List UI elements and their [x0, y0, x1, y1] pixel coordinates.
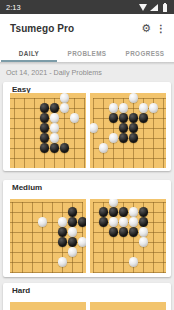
white-stone [109, 133, 118, 142]
grid-line-horizontal [93, 252, 166, 253]
black-stone [40, 103, 49, 112]
black-stone [40, 123, 49, 132]
grid-line-horizontal [93, 158, 166, 159]
grid-line-horizontal [10, 272, 83, 273]
black-stone [40, 113, 49, 122]
white-stone [109, 217, 118, 226]
toolbar-shadow [0, 62, 174, 65]
wifi-icon [139, 4, 147, 11]
black-stone [129, 133, 138, 142]
white-stone [129, 207, 138, 216]
grid-line-horizontal [93, 168, 166, 169]
black-stone [139, 207, 148, 216]
battery-icon-nub [164, 3, 166, 4]
clock: 2:13 [6, 3, 21, 12]
white-stone [50, 113, 59, 122]
go-board-easy-left[interactable] [10, 93, 86, 168]
go-board-hard-left[interactable] [10, 302, 86, 310]
hard-card: Hard [3, 283, 171, 310]
black-stone [50, 143, 59, 152]
black-stone [119, 207, 128, 216]
white-stone [78, 237, 86, 246]
tab-problems[interactable]: PROBLEMS [58, 44, 116, 62]
black-stone [58, 227, 67, 236]
easy-card: Easy [3, 82, 171, 171]
white-stone [109, 103, 118, 112]
white-stone [119, 103, 128, 112]
black-stone [58, 237, 67, 246]
page-title: Tsumego Pro [10, 14, 74, 44]
white-stone [119, 217, 128, 226]
white-stone [50, 133, 59, 142]
black-stone [40, 143, 49, 152]
grid-line-horizontal [10, 158, 85, 159]
black-stone [109, 227, 118, 236]
go-board-easy-right[interactable] [90, 93, 166, 168]
overflow-menu-icon[interactable]: ⋮ [156, 14, 166, 44]
status-bar: 2:13 [0, 0, 174, 14]
white-stone [109, 199, 118, 207]
black-stone [119, 123, 128, 132]
white-stone [68, 247, 77, 256]
white-stone [139, 237, 148, 246]
grid-line-horizontal [10, 202, 83, 203]
grid-line-horizontal [10, 262, 83, 263]
grid-line-horizontal [93, 242, 166, 243]
signal-icon [150, 4, 158, 11]
medium-section-title: Medium [12, 183, 42, 192]
black-stone [129, 113, 138, 122]
black-stone [129, 123, 138, 132]
black-stone [68, 207, 77, 216]
white-stone [90, 123, 98, 132]
black-stone [129, 227, 138, 236]
black-stone [99, 217, 108, 226]
black-stone [109, 207, 118, 216]
medium-card: Medium [3, 180, 171, 277]
black-stone [50, 103, 59, 112]
black-stone [139, 113, 148, 122]
grid-line-horizontal [93, 202, 166, 203]
black-stone [68, 237, 77, 246]
white-stone [139, 227, 148, 236]
white-stone [50, 123, 59, 132]
black-stone [99, 207, 108, 216]
app-bar: Tsumego Pro ⚙ ⋮ [0, 14, 174, 44]
tab-progress[interactable]: PROGRESS [116, 44, 174, 62]
white-stone [58, 217, 67, 226]
black-stone [60, 143, 69, 152]
black-stone [109, 113, 118, 122]
white-stone [60, 93, 69, 102]
go-board-hard-right[interactable] [90, 302, 166, 310]
white-stone [139, 103, 148, 112]
black-stone [119, 227, 128, 236]
black-stone [68, 217, 77, 226]
white-stone [149, 103, 158, 112]
settings-gear-icon[interactable]: ⚙ [141, 14, 151, 44]
white-stone [60, 103, 69, 112]
white-stone [129, 217, 138, 226]
white-stone [68, 227, 77, 236]
black-stone [119, 113, 128, 122]
white-stone [99, 143, 108, 152]
white-stone [129, 93, 138, 102]
white-stone [70, 113, 79, 122]
white-stone [38, 217, 47, 226]
app-screen: 2:13 Tsumego Pro ⚙ ⋮ DAILY PROBLEMS PROG… [0, 0, 174, 310]
grid-line-horizontal [10, 168, 85, 169]
black-stone [119, 133, 128, 142]
battery-icon [163, 4, 167, 12]
date-header: Oct 14, 2021 - Daily Problems [6, 68, 102, 77]
go-board-medium-right[interactable] [90, 199, 166, 273]
white-stone [58, 257, 67, 266]
hard-section-title: Hard [12, 286, 30, 295]
black-stone [139, 217, 148, 226]
grid-line-horizontal [10, 98, 85, 99]
black-stone [40, 133, 49, 142]
go-board-medium-left[interactable] [10, 199, 86, 273]
black-stone [78, 217, 86, 226]
white-stone [129, 257, 138, 266]
grid-line-horizontal [93, 272, 166, 273]
